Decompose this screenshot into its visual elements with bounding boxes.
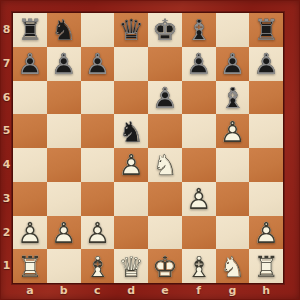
square-a7[interactable]: ♟♙: [13, 47, 47, 81]
square-h8[interactable]: ♜♖: [249, 13, 283, 47]
piece-black-rook[interactable]: ♜♖: [13, 13, 47, 47]
rank-label-2: 2: [0, 216, 13, 250]
piece-black-bishop[interactable]: ♝♗: [216, 81, 250, 115]
piece-white-bishop[interactable]: ♝♗: [182, 249, 216, 283]
black-pawn-outline-glyph: ♙: [186, 50, 212, 79]
square-e6[interactable]: ♟♙: [148, 81, 182, 115]
square-b2[interactable]: ♟♙: [47, 216, 81, 250]
piece-white-pawn[interactable]: ♟♙: [13, 216, 47, 250]
black-pawn-glyph: ♟: [219, 50, 245, 79]
white-pawn-glyph: ♟: [118, 151, 144, 180]
white-bishop-outline-glyph: ♗: [186, 253, 212, 282]
piece-black-pawn[interactable]: ♟♙: [182, 47, 216, 81]
black-rook-glyph: ♜: [253, 16, 279, 45]
square-b6[interactable]: [47, 81, 81, 115]
square-g8[interactable]: [216, 13, 250, 47]
square-a2[interactable]: ♟♙: [13, 216, 47, 250]
white-pawn-glyph: ♟: [219, 118, 245, 147]
square-h3[interactable]: [249, 182, 283, 216]
square-h2[interactable]: ♟♙: [249, 216, 283, 250]
piece-white-king[interactable]: ♚♔: [148, 249, 182, 283]
white-queen-outline-glyph: ♕: [118, 253, 144, 282]
piece-black-pawn[interactable]: ♟♙: [47, 47, 81, 81]
white-pawn-glyph: ♟: [253, 219, 279, 248]
black-king-glyph: ♚: [152, 16, 178, 45]
black-bishop-outline-glyph: ♗: [219, 84, 245, 113]
black-pawn-outline-glyph: ♙: [84, 50, 110, 79]
square-g6[interactable]: ♝♗: [216, 81, 250, 115]
piece-black-bishop[interactable]: ♝♗: [182, 13, 216, 47]
black-knight-outline-glyph: ♘: [51, 16, 77, 45]
black-pawn-outline-glyph: ♙: [51, 50, 77, 79]
white-king-outline-glyph: ♔: [152, 253, 178, 282]
piece-white-pawn[interactable]: ♟♙: [114, 148, 148, 182]
white-pawn-glyph: ♟: [84, 219, 110, 248]
black-pawn-outline-glyph: ♙: [219, 50, 245, 79]
black-queen-outline-glyph: ♕: [118, 16, 144, 45]
square-b1[interactable]: [47, 249, 81, 283]
piece-white-queen[interactable]: ♛♕: [114, 249, 148, 283]
square-f8[interactable]: ♝♗: [182, 13, 216, 47]
square-f5[interactable]: [182, 114, 216, 148]
square-a8[interactable]: ♜♖: [13, 13, 47, 47]
white-queen-glyph: ♛: [118, 253, 144, 282]
square-b4[interactable]: [47, 148, 81, 182]
square-g4[interactable]: [216, 148, 250, 182]
white-pawn-glyph: ♟: [17, 219, 43, 248]
square-f2[interactable]: [182, 216, 216, 250]
piece-black-pawn[interactable]: ♟♙: [81, 47, 115, 81]
black-pawn-outline-glyph: ♙: [152, 84, 178, 113]
piece-black-pawn[interactable]: ♟♙: [216, 47, 250, 81]
square-h4[interactable]: [249, 148, 283, 182]
square-f7[interactable]: ♟♙: [182, 47, 216, 81]
square-e1[interactable]: ♚♔: [148, 249, 182, 283]
white-knight-outline-glyph: ♘: [152, 151, 178, 180]
white-knight-glyph: ♞: [152, 151, 178, 180]
piece-black-pawn[interactable]: ♟♙: [148, 81, 182, 115]
white-rook-outline-glyph: ♖: [17, 253, 43, 282]
square-g7[interactable]: ♟♙: [216, 47, 250, 81]
white-pawn-outline-glyph: ♙: [253, 219, 279, 248]
piece-black-knight[interactable]: ♞♘: [114, 114, 148, 148]
black-pawn-outline-glyph: ♙: [253, 50, 279, 79]
white-rook-outline-glyph: ♖: [253, 253, 279, 282]
square-b7[interactable]: ♟♙: [47, 47, 81, 81]
square-d1[interactable]: ♛♕: [114, 249, 148, 283]
square-f3[interactable]: ♟♙: [182, 182, 216, 216]
white-pawn-outline-glyph: ♙: [186, 185, 212, 214]
square-c1[interactable]: ♝♗: [81, 249, 115, 283]
square-h7[interactable]: ♟♙: [249, 47, 283, 81]
square-a4[interactable]: [13, 148, 47, 182]
square-c8[interactable]: [81, 13, 115, 47]
square-b8[interactable]: ♞♘: [47, 13, 81, 47]
square-e5[interactable]: [148, 114, 182, 148]
square-a5[interactable]: [13, 114, 47, 148]
piece-black-queen[interactable]: ♛♕: [114, 13, 148, 47]
square-e7[interactable]: [148, 47, 182, 81]
black-pawn-glyph: ♟: [186, 50, 212, 79]
square-f4[interactable]: [182, 148, 216, 182]
black-knight-glyph: ♞: [118, 118, 144, 147]
file-label-e: e: [148, 283, 182, 300]
black-bishop-glyph: ♝: [219, 84, 245, 113]
black-bishop-outline-glyph: ♗: [186, 16, 212, 45]
square-e8[interactable]: ♚♔: [148, 13, 182, 47]
square-g1[interactable]: ♞♘: [216, 249, 250, 283]
black-bishop-glyph: ♝: [186, 16, 212, 45]
square-e2[interactable]: [148, 216, 182, 250]
white-bishop-glyph: ♝: [84, 253, 110, 282]
square-g2[interactable]: [216, 216, 250, 250]
piece-black-knight[interactable]: ♞♘: [47, 13, 81, 47]
rank-label-5: 5: [0, 114, 13, 148]
file-label-c: c: [81, 283, 115, 300]
square-b3[interactable]: [47, 182, 81, 216]
black-pawn-glyph: ♟: [253, 50, 279, 79]
rank-label-8: 8: [0, 13, 13, 47]
rank-label-3: 3: [0, 182, 13, 216]
square-h1[interactable]: ♜♖: [249, 249, 283, 283]
piece-black-pawn[interactable]: ♟♙: [249, 47, 283, 81]
white-bishop-outline-glyph: ♗: [84, 253, 110, 282]
black-knight-outline-glyph: ♘: [118, 118, 144, 147]
piece-white-knight[interactable]: ♞♘: [216, 249, 250, 283]
piece-black-king[interactable]: ♚♔: [148, 13, 182, 47]
square-d7[interactable]: [114, 47, 148, 81]
black-rook-glyph: ♜: [17, 16, 43, 45]
white-king-glyph: ♚: [152, 253, 178, 282]
white-pawn-outline-glyph: ♙: [84, 219, 110, 248]
file-label-g: g: [216, 283, 250, 300]
white-pawn-outline-glyph: ♙: [17, 219, 43, 248]
black-pawn-glyph: ♟: [17, 50, 43, 79]
white-pawn-outline-glyph: ♙: [219, 118, 245, 147]
square-g3[interactable]: [216, 182, 250, 216]
black-rook-outline-glyph: ♖: [253, 16, 279, 45]
square-f6[interactable]: [182, 81, 216, 115]
white-pawn-outline-glyph: ♙: [118, 151, 144, 180]
white-pawn-glyph: ♟: [51, 219, 77, 248]
square-c2[interactable]: ♟♙: [81, 216, 115, 250]
rank-label-1: 1: [0, 249, 13, 283]
square-d5[interactable]: ♞♘: [114, 114, 148, 148]
piece-white-pawn[interactable]: ♟♙: [182, 182, 216, 216]
black-pawn-glyph: ♟: [84, 50, 110, 79]
piece-white-rook[interactable]: ♜♖: [249, 249, 283, 283]
square-d4[interactable]: ♟♙: [114, 148, 148, 182]
file-label-f: f: [182, 283, 216, 300]
piece-white-pawn[interactable]: ♟♙: [47, 216, 81, 250]
square-h5[interactable]: [249, 114, 283, 148]
chess-board-frame: ♜♖♞♘♛♕♚♔♝♗♜♖♟♙♟♙♟♙♟♙♟♙♟♙♟♙♝♗♞♘♟♙♟♙♞♘♟♙♟♙…: [0, 0, 300, 300]
square-h6[interactable]: [249, 81, 283, 115]
file-label-h: h: [249, 283, 283, 300]
rank-label-6: 6: [0, 81, 13, 115]
black-rook-outline-glyph: ♖: [17, 16, 43, 45]
black-pawn-glyph: ♟: [152, 84, 178, 113]
piece-white-knight[interactable]: ♞♘: [148, 148, 182, 182]
white-pawn-outline-glyph: ♙: [51, 219, 77, 248]
square-b5[interactable]: [47, 114, 81, 148]
black-king-outline-glyph: ♔: [152, 16, 178, 45]
piece-black-rook[interactable]: ♜♖: [249, 13, 283, 47]
rank-label-7: 7: [0, 47, 13, 81]
file-label-d: d: [114, 283, 148, 300]
square-a3[interactable]: [13, 182, 47, 216]
black-knight-glyph: ♞: [51, 16, 77, 45]
square-e3[interactable]: [148, 182, 182, 216]
black-pawn-glyph: ♟: [51, 50, 77, 79]
piece-black-pawn[interactable]: ♟♙: [13, 47, 47, 81]
piece-white-rook[interactable]: ♜♖: [13, 249, 47, 283]
file-label-b: b: [47, 283, 81, 300]
piece-white-pawn[interactable]: ♟♙: [81, 216, 115, 250]
square-c7[interactable]: ♟♙: [81, 47, 115, 81]
piece-white-pawn[interactable]: ♟♙: [249, 216, 283, 250]
piece-white-bishop[interactable]: ♝♗: [81, 249, 115, 283]
chess-board: ♜♖♞♘♛♕♚♔♝♗♜♖♟♙♟♙♟♙♟♙♟♙♟♙♟♙♝♗♞♘♟♙♟♙♞♘♟♙♟♙…: [13, 13, 283, 283]
white-pawn-glyph: ♟: [186, 185, 212, 214]
square-g5[interactable]: ♟♙: [216, 114, 250, 148]
black-queen-glyph: ♛: [118, 16, 144, 45]
white-rook-glyph: ♜: [17, 253, 43, 282]
square-c5[interactable]: [81, 114, 115, 148]
square-d3[interactable]: [114, 182, 148, 216]
file-label-a: a: [13, 283, 47, 300]
white-rook-glyph: ♜: [253, 253, 279, 282]
square-d6[interactable]: [114, 81, 148, 115]
square-f1[interactable]: ♝♗: [182, 249, 216, 283]
rank-label-4: 4: [0, 148, 13, 182]
white-bishop-glyph: ♝: [186, 253, 212, 282]
square-c3[interactable]: [81, 182, 115, 216]
square-a6[interactable]: [13, 81, 47, 115]
square-c4[interactable]: [81, 148, 115, 182]
black-pawn-outline-glyph: ♙: [17, 50, 43, 79]
square-e4[interactable]: ♞♘: [148, 148, 182, 182]
square-a1[interactable]: ♜♖: [13, 249, 47, 283]
square-d2[interactable]: [114, 216, 148, 250]
white-knight-outline-glyph: ♘: [219, 253, 245, 282]
white-knight-glyph: ♞: [219, 253, 245, 282]
square-d8[interactable]: ♛♕: [114, 13, 148, 47]
piece-white-pawn[interactable]: ♟♙: [216, 114, 250, 148]
square-c6[interactable]: [81, 81, 115, 115]
